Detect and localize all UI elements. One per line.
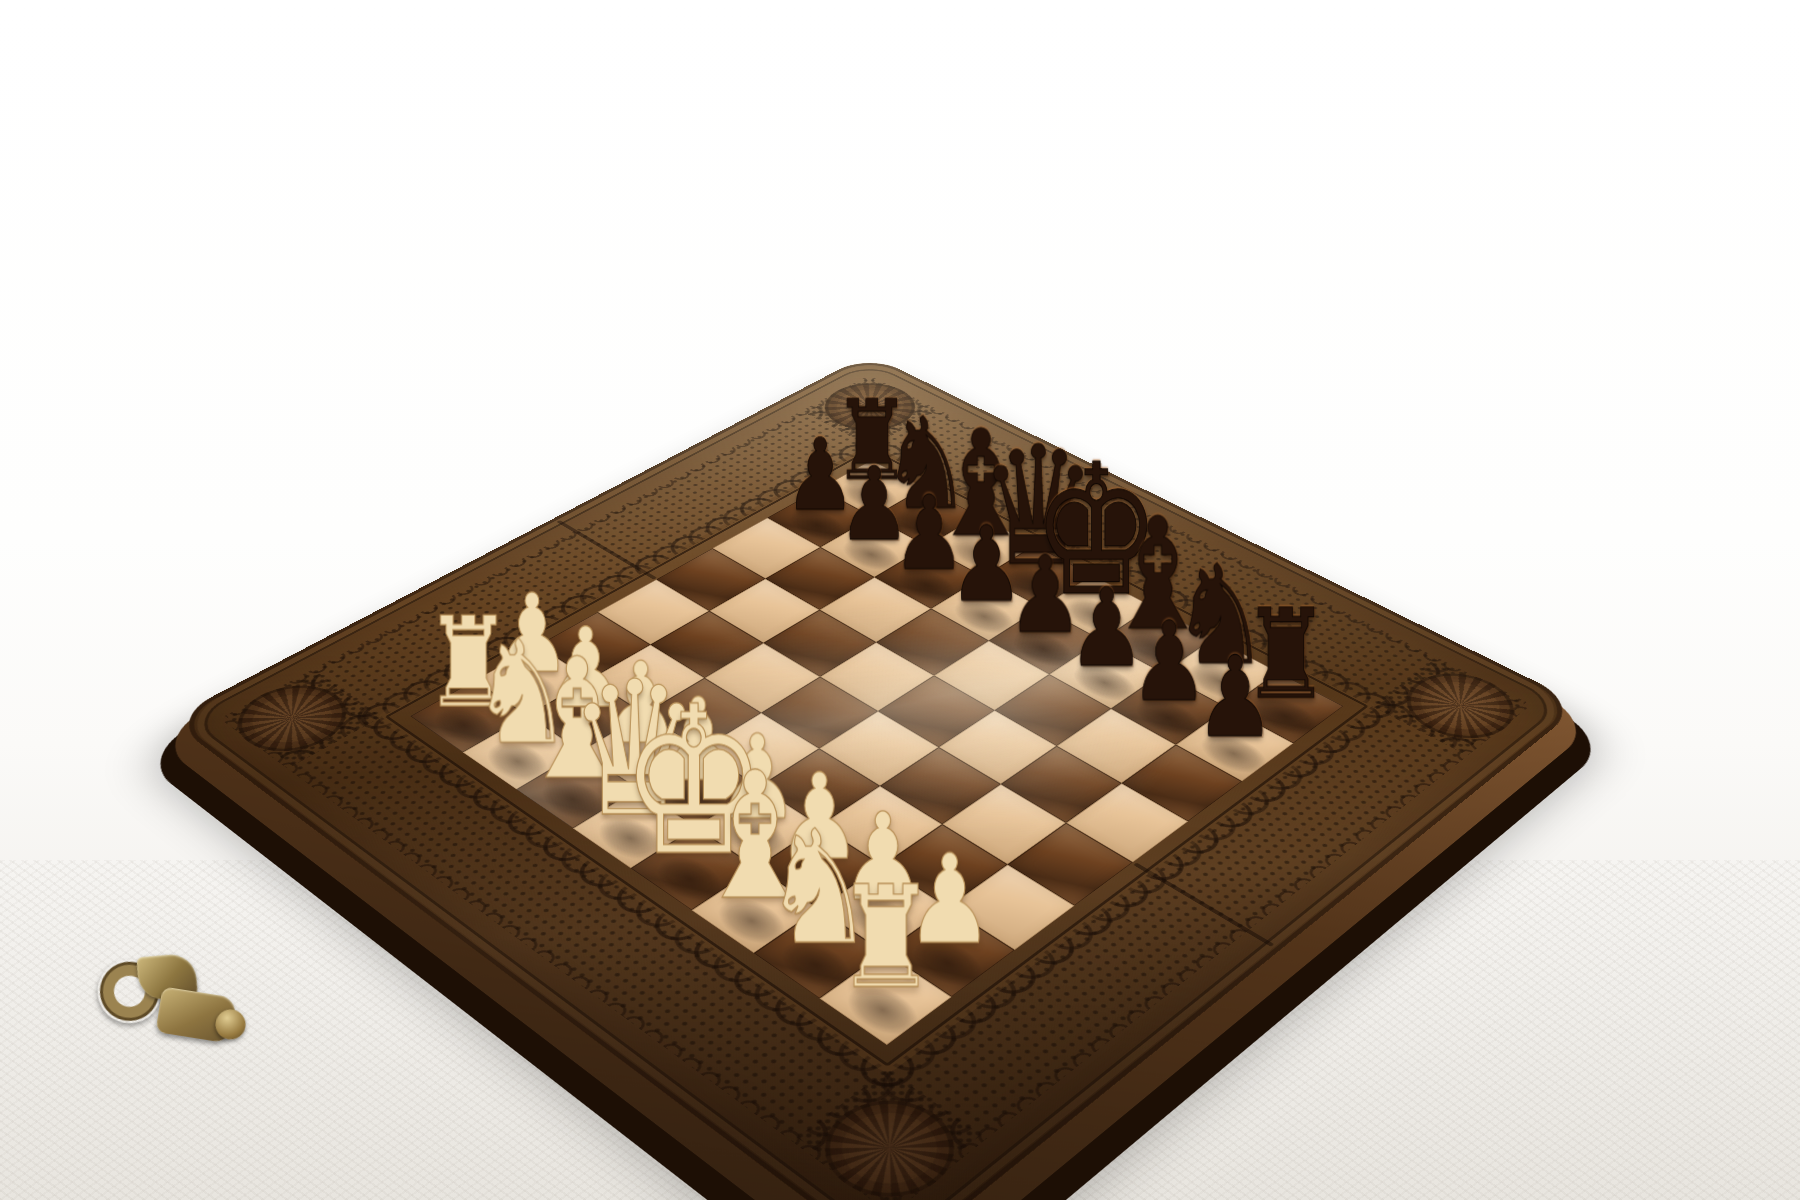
white-rook-icon: ♜ — [803, 871, 967, 1005]
black-pawn-icon: ♟ — [1161, 644, 1307, 750]
chess-box: ♜♞♝♛♚♝♞♜♟♟♟♟♟♟♟♟♟♟♟♟♟♟♟♟♜♞♝♛♚♝♞♜ — [168, 354, 1582, 1200]
board-top-face: ♜♞♝♛♚♝♞♜♟♟♟♟♟♟♟♟♟♟♟♟♟♟♟♟♜♞♝♛♚♝♞♜ — [168, 354, 1582, 1200]
